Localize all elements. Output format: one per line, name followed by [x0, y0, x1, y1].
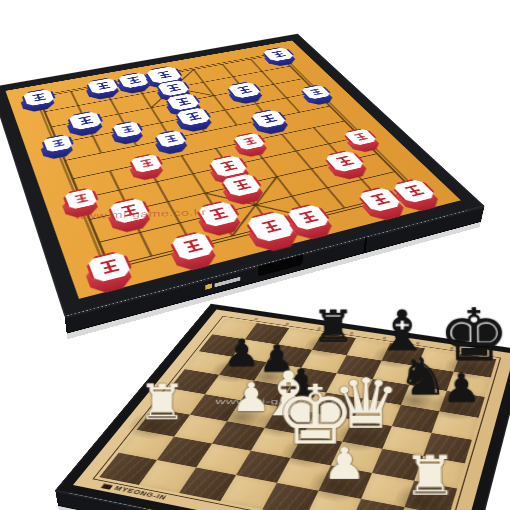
- piece-face: [110, 120, 145, 140]
- xiangqi-point: [320, 149, 369, 174]
- xiangqi-piece-blue: [247, 108, 290, 130]
- xiangqi-point: [227, 130, 273, 154]
- piece-side: [323, 155, 372, 181]
- product-photo: www.mi-game.co.kr ♜♝♚♟♟♞♟♟♟♝♛♜: [0, 0, 510, 510]
- chess-board-tilt: ♜♝♚♟♟♞♟♟♟♝♛♜♚♟♜ www.mi-game.co.kr MYEONG…: [55, 304, 510, 510]
- chess-board-surface: ♜♝♚♟♟♞♟♟♟♝♛♜♚♟♜ www.mi-game.co.kr MYEONG…: [72, 309, 510, 510]
- xiangqi-piece-red: [61, 186, 100, 211]
- xiangqi-point: [37, 132, 80, 156]
- xiangqi-point: [282, 202, 336, 233]
- xiangqi-piece-red: [230, 131, 268, 152]
- piece-character: [126, 76, 142, 84]
- piece-character: [309, 89, 323, 96]
- piece-face: [247, 108, 290, 130]
- piece-character: [236, 86, 253, 94]
- piece-character: [77, 116, 94, 126]
- chess-piece-black-pawn: ♟: [409, 370, 510, 406]
- xiangqi-point: [57, 184, 104, 213]
- piece-character: [270, 51, 286, 58]
- piece-character: [218, 160, 238, 171]
- xiangqi-piece-blue: [66, 110, 105, 132]
- piece-face: [230, 131, 268, 152]
- brand-logo-icon: [100, 483, 113, 489]
- xiangqi-piece-red: [127, 152, 165, 174]
- chess-piece-cell: ♟: [318, 465, 372, 498]
- piece-character: [403, 185, 426, 197]
- piece-character: [297, 210, 319, 223]
- piece-character: [369, 193, 392, 206]
- xiangqi-point: [224, 80, 265, 99]
- xiangqi-point: [205, 153, 253, 179]
- xiangqi-point: [247, 108, 291, 130]
- chess-piece-white-rook: ♜: [370, 451, 488, 501]
- chess-piece-cell: ♜: [404, 481, 457, 510]
- xiangqi-piece-blue: [224, 80, 264, 99]
- piece-character: [73, 194, 89, 204]
- piece-character: [260, 220, 282, 234]
- xiangqi-piece-blue: [110, 120, 145, 140]
- piece-character: [334, 156, 355, 167]
- chess-board-scene: ♜♝♚♟♟♞♟♟♟♝♛♜♚♟♜ www.mi-game.co.kr MYEONG…: [0, 248, 510, 510]
- piece-character: [120, 126, 134, 134]
- piece-character: [139, 159, 154, 168]
- piece-character: [31, 93, 47, 102]
- piece-character: [95, 82, 111, 90]
- chess-piece-cell: ♟: [439, 391, 484, 418]
- chess-piece-grid: ♜♝♚♟♟♞♟♟♟♝♛♜♚♟♜: [99, 318, 496, 510]
- piece-character: [174, 97, 191, 106]
- xiangqi-point: [172, 106, 215, 127]
- piece-face: [61, 186, 100, 211]
- piece-character: [156, 71, 172, 79]
- chess-board: ♜♝♚♟♟♞♟♟♟♝♛♜♚♟♜ www.mi-game.co.kr MYEONG…: [55, 304, 510, 510]
- chess-piece-white-rook: ♜: [108, 380, 215, 425]
- piece-character: [208, 207, 229, 220]
- xiangqi-piece-red: [194, 199, 244, 230]
- piece-character: [51, 139, 65, 147]
- xiangqi-piece-blue: [40, 133, 75, 154]
